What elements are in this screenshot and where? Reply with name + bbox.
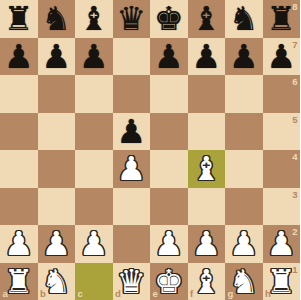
rank-label-8: 8 — [292, 2, 297, 12]
square-a7[interactable]: ♟ — [0, 38, 38, 76]
piece-white-king-e1[interactable]: ♚ — [154, 263, 184, 300]
square-g8[interactable]: ♞ — [225, 0, 263, 38]
square-b4[interactable] — [38, 150, 76, 188]
file-label-a: a — [3, 289, 8, 299]
square-c8[interactable]: ♝ — [75, 0, 113, 38]
square-a4[interactable] — [0, 150, 38, 188]
square-e4[interactable] — [150, 150, 188, 188]
square-h3[interactable]: 3 — [263, 188, 301, 226]
square-h5[interactable]: 5 — [263, 113, 301, 151]
square-c5[interactable] — [75, 113, 113, 151]
square-h8[interactable]: 8♜ — [263, 0, 301, 38]
square-b1[interactable]: b♞ — [38, 263, 76, 300]
piece-white-pawn-a2[interactable]: ♟ — [4, 225, 34, 262]
square-d8[interactable]: ♛ — [113, 0, 151, 38]
square-b5[interactable] — [38, 113, 76, 151]
square-e8[interactable]: ♚ — [150, 0, 188, 38]
piece-black-bishop-c8[interactable]: ♝ — [79, 0, 109, 37]
square-d1[interactable]: d♛ — [113, 263, 151, 300]
file-label-g: g — [228, 289, 234, 299]
piece-black-pawn-c7[interactable]: ♟ — [79, 38, 109, 75]
square-h4[interactable]: 4 — [263, 150, 301, 188]
square-c4[interactable] — [75, 150, 113, 188]
square-h6[interactable]: 6 — [263, 75, 301, 113]
rank-label-4: 4 — [292, 152, 297, 162]
piece-black-knight-b8[interactable]: ♞ — [41, 0, 71, 37]
square-e6[interactable] — [150, 75, 188, 113]
square-d7[interactable] — [113, 38, 151, 76]
square-f7[interactable]: ♟ — [188, 38, 226, 76]
square-d3[interactable] — [113, 188, 151, 226]
square-e3[interactable] — [150, 188, 188, 226]
piece-white-bishop-f1[interactable]: ♝ — [191, 263, 221, 300]
piece-black-pawn-e7[interactable]: ♟ — [154, 38, 184, 75]
square-f3[interactable] — [188, 188, 226, 226]
square-e2[interactable]: ♟ — [150, 225, 188, 263]
piece-black-pawn-g7[interactable]: ♟ — [229, 38, 259, 75]
piece-black-king-e8[interactable]: ♚ — [154, 0, 184, 37]
rank-label-2: 2 — [292, 227, 297, 237]
square-f5[interactable] — [188, 113, 226, 151]
square-a3[interactable] — [0, 188, 38, 226]
square-a2[interactable]: ♟ — [0, 225, 38, 263]
square-a5[interactable] — [0, 113, 38, 151]
piece-black-pawn-b7[interactable]: ♟ — [41, 38, 71, 75]
square-c1[interactable]: c — [75, 263, 113, 300]
piece-white-pawn-c2[interactable]: ♟ — [79, 225, 109, 262]
square-f6[interactable] — [188, 75, 226, 113]
square-h1[interactable]: 1h♜ — [263, 263, 301, 300]
piece-white-rook-a1[interactable]: ♜ — [4, 263, 34, 300]
square-g4[interactable] — [225, 150, 263, 188]
file-label-h: h — [265, 289, 271, 299]
square-b8[interactable]: ♞ — [38, 0, 76, 38]
square-a1[interactable]: a♜ — [0, 263, 38, 300]
square-g1[interactable]: g♞ — [225, 263, 263, 300]
piece-black-bishop-f8[interactable]: ♝ — [191, 0, 221, 37]
rank-label-7: 7 — [292, 40, 297, 50]
square-d2[interactable] — [113, 225, 151, 263]
square-b6[interactable] — [38, 75, 76, 113]
square-a8[interactable]: ♜ — [0, 0, 38, 38]
square-c6[interactable] — [75, 75, 113, 113]
rank-label-3: 3 — [292, 190, 297, 200]
piece-black-rook-a8[interactable]: ♜ — [4, 0, 34, 37]
piece-black-pawn-f7[interactable]: ♟ — [191, 38, 221, 75]
file-label-f: f — [190, 289, 193, 299]
square-f4[interactable]: ♝ — [188, 150, 226, 188]
square-g6[interactable] — [225, 75, 263, 113]
square-c7[interactable]: ♟ — [75, 38, 113, 76]
file-label-b: b — [40, 289, 46, 299]
file-label-e: e — [153, 289, 158, 299]
piece-white-pawn-e2[interactable]: ♟ — [154, 225, 184, 262]
piece-black-pawn-d5[interactable]: ♟ — [116, 113, 146, 150]
piece-white-bishop-f4[interactable]: ♝ — [191, 150, 221, 187]
file-label-d: d — [115, 289, 121, 299]
piece-white-pawn-d4[interactable]: ♟ — [116, 150, 146, 187]
square-g2[interactable]: ♟ — [225, 225, 263, 263]
rank-label-6: 6 — [292, 77, 297, 87]
square-g7[interactable]: ♟ — [225, 38, 263, 76]
piece-black-knight-g8[interactable]: ♞ — [229, 0, 259, 37]
square-c2[interactable]: ♟ — [75, 225, 113, 263]
square-f2[interactable]: ♟ — [188, 225, 226, 263]
piece-white-pawn-f2[interactable]: ♟ — [191, 225, 221, 262]
square-g3[interactable] — [225, 188, 263, 226]
square-h7[interactable]: 7♟ — [263, 38, 301, 76]
square-h2[interactable]: 2♟ — [263, 225, 301, 263]
square-b7[interactable]: ♟ — [38, 38, 76, 76]
piece-white-pawn-g2[interactable]: ♟ — [229, 225, 259, 262]
file-label-c: c — [78, 289, 83, 299]
square-e7[interactable]: ♟ — [150, 38, 188, 76]
piece-black-pawn-a7[interactable]: ♟ — [4, 38, 34, 75]
square-a6[interactable] — [0, 75, 38, 113]
square-f1[interactable]: f♝ — [188, 263, 226, 300]
chess-board: ♜♞♝♛♚♝♞8♜♟♟♟♟♟♟7♟6♟5♟♝43♟♟♟♟♟♟2♟a♜b♞cd♛e… — [0, 0, 300, 300]
square-d6[interactable] — [113, 75, 151, 113]
square-b2[interactable]: ♟ — [38, 225, 76, 263]
square-f8[interactable]: ♝ — [188, 0, 226, 38]
rank-label-5: 5 — [292, 115, 297, 125]
piece-black-queen-d8[interactable]: ♛ — [116, 0, 146, 37]
square-g5[interactable] — [225, 113, 263, 151]
square-c3[interactable] — [75, 188, 113, 226]
rank-label-1: 1 — [292, 265, 297, 275]
square-b3[interactable] — [38, 188, 76, 226]
square-d5[interactable]: ♟ — [113, 113, 151, 151]
square-e5[interactable] — [150, 113, 188, 151]
square-d4[interactable]: ♟ — [113, 150, 151, 188]
piece-white-pawn-b2[interactable]: ♟ — [41, 225, 71, 262]
square-e1[interactable]: e♚ — [150, 263, 188, 300]
piece-white-knight-g1[interactable]: ♞ — [229, 263, 259, 300]
